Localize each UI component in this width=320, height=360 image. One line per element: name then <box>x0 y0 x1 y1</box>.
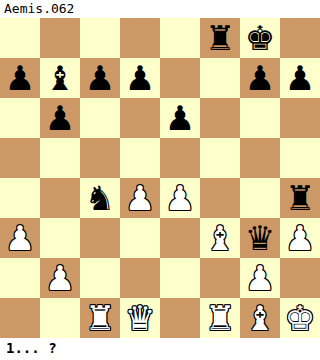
square-c5[interactable] <box>80 138 120 178</box>
square-b6[interactable]: ♟ <box>40 98 80 138</box>
square-c7[interactable]: ♟ <box>80 58 120 98</box>
piece-white-queen: ♛ <box>125 298 155 338</box>
square-e8[interactable] <box>160 18 200 58</box>
square-e2[interactable] <box>160 258 200 298</box>
piece-black-rook: ♜ <box>285 178 315 218</box>
piece-white-pawn: ♟ <box>45 258 75 298</box>
piece-white-pawn: ♟ <box>165 178 195 218</box>
square-c8[interactable] <box>80 18 120 58</box>
square-a3[interactable]: ♟ <box>0 218 40 258</box>
square-f1[interactable]: ♜ <box>200 298 240 338</box>
square-e1[interactable] <box>160 298 200 338</box>
square-a6[interactable] <box>0 98 40 138</box>
square-b3[interactable] <box>40 218 80 258</box>
square-a8[interactable] <box>0 18 40 58</box>
square-h4[interactable]: ♜ <box>280 178 320 218</box>
square-h1[interactable]: ♚ <box>280 298 320 338</box>
square-c1[interactable]: ♜ <box>80 298 120 338</box>
square-e5[interactable] <box>160 138 200 178</box>
square-c6[interactable] <box>80 98 120 138</box>
piece-white-pawn: ♟ <box>125 178 155 218</box>
square-a7[interactable]: ♟ <box>0 58 40 98</box>
square-h2[interactable] <box>280 258 320 298</box>
square-d8[interactable] <box>120 18 160 58</box>
square-d7[interactable]: ♟ <box>120 58 160 98</box>
square-f2[interactable] <box>200 258 240 298</box>
piece-black-king: ♚ <box>245 18 275 58</box>
move-prompt: 1... ? <box>0 338 320 360</box>
square-f5[interactable] <box>200 138 240 178</box>
piece-black-pawn: ♟ <box>285 58 315 98</box>
square-b2[interactable]: ♟ <box>40 258 80 298</box>
piece-black-pawn: ♟ <box>85 58 115 98</box>
square-e4[interactable]: ♟ <box>160 178 200 218</box>
square-f6[interactable] <box>200 98 240 138</box>
piece-black-pawn: ♟ <box>165 98 195 138</box>
square-g8[interactable]: ♚ <box>240 18 280 58</box>
piece-black-knight: ♞ <box>85 178 115 218</box>
square-d3[interactable] <box>120 218 160 258</box>
square-b4[interactable] <box>40 178 80 218</box>
piece-white-pawn: ♟ <box>5 218 35 258</box>
piece-white-bishop: ♝ <box>245 298 275 338</box>
square-a2[interactable] <box>0 258 40 298</box>
square-d4[interactable]: ♟ <box>120 178 160 218</box>
square-d1[interactable]: ♛ <box>120 298 160 338</box>
square-h3[interactable]: ♟ <box>280 218 320 258</box>
piece-white-king: ♚ <box>285 298 315 338</box>
square-a1[interactable] <box>0 298 40 338</box>
square-f8[interactable]: ♜ <box>200 18 240 58</box>
piece-black-queen: ♛ <box>245 218 275 258</box>
square-d2[interactable] <box>120 258 160 298</box>
puzzle-title: Aemis.062 <box>0 0 320 18</box>
square-b5[interactable] <box>40 138 80 178</box>
square-h7[interactable]: ♟ <box>280 58 320 98</box>
piece-black-pawn: ♟ <box>125 58 155 98</box>
square-f4[interactable] <box>200 178 240 218</box>
square-e6[interactable]: ♟ <box>160 98 200 138</box>
square-g7[interactable]: ♟ <box>240 58 280 98</box>
piece-black-pawn: ♟ <box>45 98 75 138</box>
square-f3[interactable]: ♝ <box>200 218 240 258</box>
square-h5[interactable] <box>280 138 320 178</box>
square-e7[interactable] <box>160 58 200 98</box>
square-g4[interactable] <box>240 178 280 218</box>
piece-white-rook: ♜ <box>205 298 235 338</box>
square-a4[interactable] <box>0 178 40 218</box>
piece-white-pawn: ♟ <box>245 258 275 298</box>
square-d5[interactable] <box>120 138 160 178</box>
square-d6[interactable] <box>120 98 160 138</box>
piece-white-pawn: ♟ <box>285 218 315 258</box>
square-g3[interactable]: ♛ <box>240 218 280 258</box>
square-c2[interactable] <box>80 258 120 298</box>
square-b8[interactable] <box>40 18 80 58</box>
square-f7[interactable] <box>200 58 240 98</box>
chess-puzzle-window: Aemis.062 ♜♚♟♝♟♟♟♟♟♟♞♟♟♜♟♝♛♟♟♟♜♛♜♝♚ 1...… <box>0 0 320 360</box>
square-g2[interactable]: ♟ <box>240 258 280 298</box>
square-c4[interactable]: ♞ <box>80 178 120 218</box>
square-a5[interactable] <box>0 138 40 178</box>
piece-black-pawn: ♟ <box>245 58 275 98</box>
square-g5[interactable] <box>240 138 280 178</box>
square-e3[interactable] <box>160 218 200 258</box>
square-b7[interactable]: ♝ <box>40 58 80 98</box>
piece-black-pawn: ♟ <box>5 58 35 98</box>
piece-white-bishop: ♝ <box>205 218 235 258</box>
square-c3[interactable] <box>80 218 120 258</box>
square-g1[interactable]: ♝ <box>240 298 280 338</box>
square-h8[interactable] <box>280 18 320 58</box>
square-h6[interactable] <box>280 98 320 138</box>
piece-black-bishop: ♝ <box>45 58 75 98</box>
square-b1[interactable] <box>40 298 80 338</box>
chess-board: ♜♚♟♝♟♟♟♟♟♟♞♟♟♜♟♝♛♟♟♟♜♛♜♝♚ <box>0 18 320 338</box>
square-g6[interactable] <box>240 98 280 138</box>
piece-black-rook: ♜ <box>205 18 235 58</box>
piece-white-rook: ♜ <box>85 298 115 338</box>
